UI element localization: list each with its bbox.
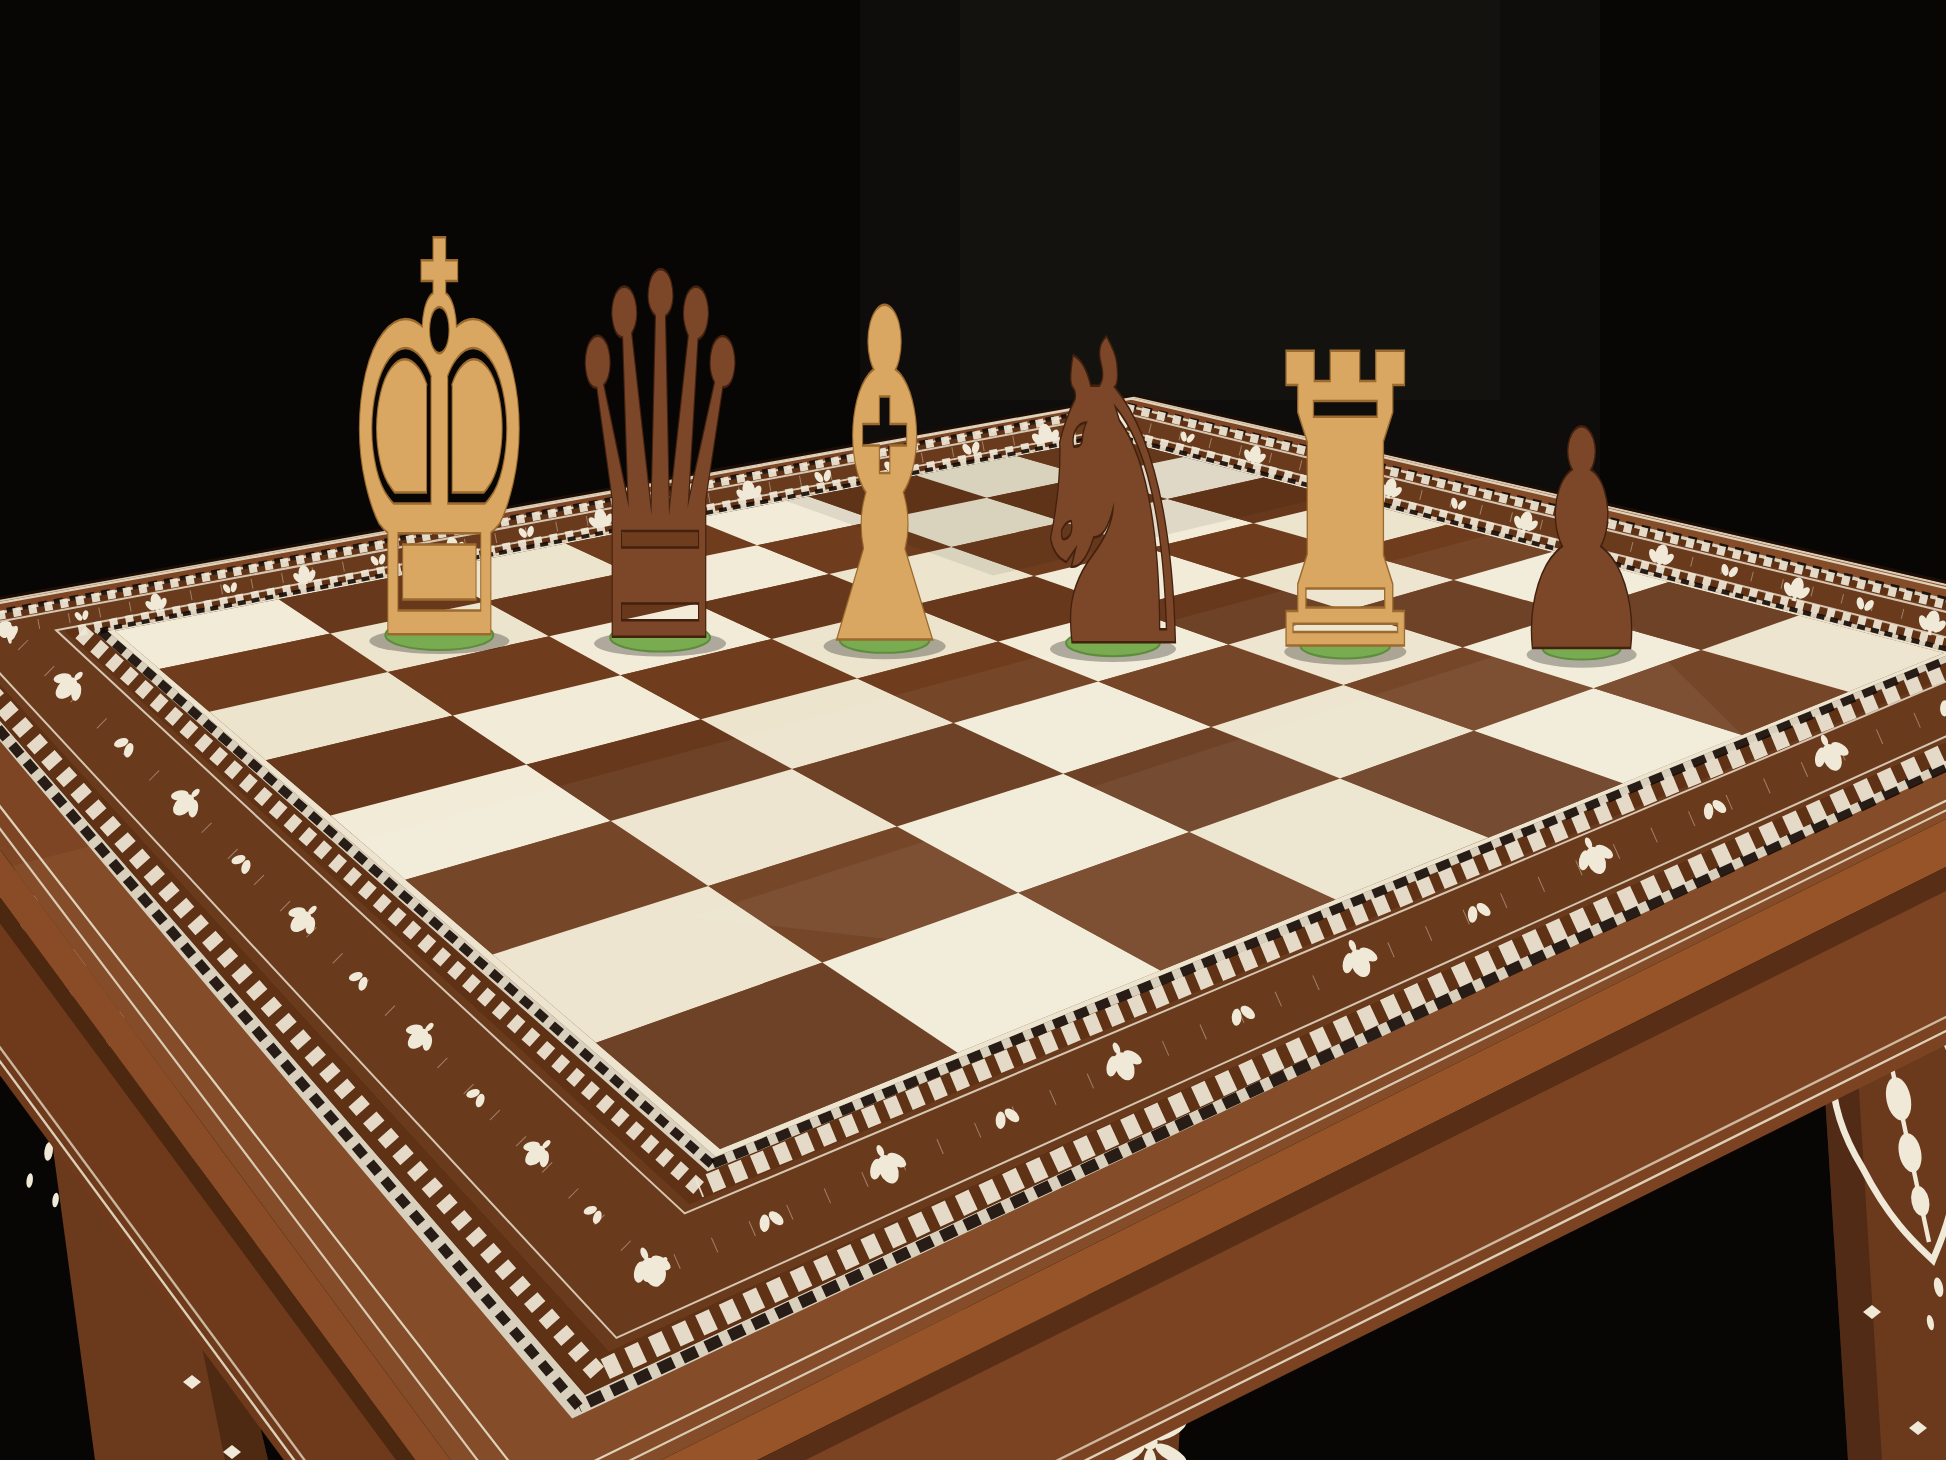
piece-glyph-black-queen: ♛ <box>561 171 758 754</box>
board-svg: ♚♛♝♞♜♟ <box>0 0 1946 1460</box>
piece-white-king: ♚ <box>338 132 541 760</box>
piece-white-rook: ♜ <box>1252 272 1438 737</box>
piece-black-queen: ♛ <box>561 171 758 754</box>
piece-glyph-black-pawn: ♟ <box>1508 368 1656 717</box>
piece-glyph-white-bishop: ♝ <box>795 216 974 745</box>
piece-glyph-white-king: ♚ <box>338 132 541 760</box>
chess-table-photo: Wooden chess table with ivory-style inla… <box>0 0 1946 1460</box>
piece-black-pawn: ♟ <box>1508 368 1656 717</box>
piece-white-bishop: ♝ <box>795 216 974 745</box>
piece-black-knight: ♞ <box>1016 256 1209 739</box>
piece-glyph-black-knight: ♞ <box>1016 256 1209 739</box>
piece-glyph-white-rook: ♜ <box>1252 272 1438 737</box>
